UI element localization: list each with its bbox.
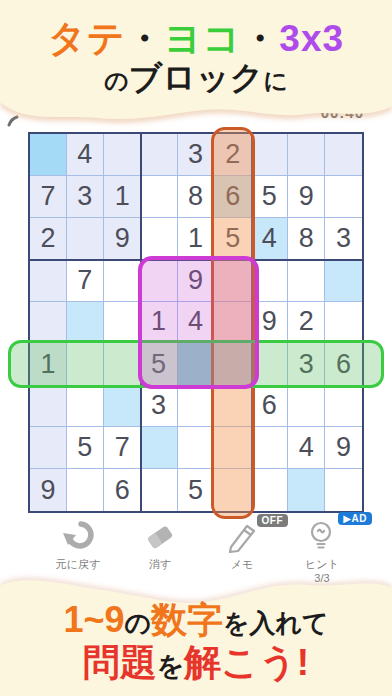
cell-r1c1[interactable] <box>30 134 67 176</box>
banner-text-segment: タテ <box>48 18 126 59</box>
undo-icon <box>36 518 120 556</box>
cell-r2c3[interactable]: 1 <box>104 176 141 218</box>
cell-r2c5[interactable]: 8 <box>178 176 215 218</box>
banner-text-segment: の <box>125 609 152 637</box>
cell-r9c2[interactable] <box>67 469 104 511</box>
cell-r3c2[interactable] <box>67 218 104 260</box>
cell-r3c7[interactable]: 4 <box>251 218 288 260</box>
erase-button[interactable]: 消す <box>118 518 202 572</box>
banner-text-segment: ・ <box>241 18 279 59</box>
cell-r3c9[interactable]: 3 <box>325 218 362 260</box>
cell-r2c4[interactable] <box>141 176 178 218</box>
block-highlight-overlay <box>138 256 259 389</box>
banner-text-segment: 解こう! <box>184 642 309 683</box>
undo-button[interactable]: 元に戻す <box>36 518 120 572</box>
cell-r2c8[interactable]: 9 <box>288 176 325 218</box>
cell-r9c3[interactable]: 6 <box>104 469 141 511</box>
banner-text-segment: を <box>157 651 184 681</box>
hint-ad-badge: ▶AD <box>338 512 372 525</box>
cell-r2c2[interactable]: 3 <box>67 176 104 218</box>
cell-r9c5[interactable]: 5 <box>178 469 215 511</box>
cell-r8c1[interactable] <box>30 427 67 469</box>
cell-r7c1[interactable] <box>30 385 67 427</box>
cell-r8c7[interactable] <box>251 427 288 469</box>
cell-r4c9[interactable] <box>325 260 362 302</box>
memo-button[interactable]: OFF メモ <box>200 518 284 572</box>
cell-r3c1[interactable]: 2 <box>30 218 67 260</box>
bulb-icon: ▶AD <box>280 518 364 556</box>
cell-r7c3[interactable] <box>104 385 141 427</box>
cell-r3c5[interactable]: 1 <box>178 218 215 260</box>
cell-r7c4[interactable]: 3 <box>141 385 178 427</box>
cell-r5c9[interactable] <box>325 302 362 344</box>
cell-r8c3[interactable]: 7 <box>104 427 141 469</box>
banner-text-segment: 数字 <box>151 599 223 640</box>
cell-r2c9[interactable] <box>325 176 362 218</box>
cell-r1c5[interactable]: 3 <box>178 134 215 176</box>
banner-text-segment: に <box>264 67 288 94</box>
cell-r8c9[interactable]: 9 <box>325 427 362 469</box>
cell-r3c3[interactable]: 9 <box>104 218 141 260</box>
eraser-icon <box>118 518 202 556</box>
cell-r1c7[interactable] <box>251 134 288 176</box>
cell-r5c1[interactable] <box>30 302 67 344</box>
banner-text-segment: ・ <box>126 18 164 59</box>
cell-r9c1[interactable]: 9 <box>30 469 67 511</box>
banner-text-segment: ブロック <box>128 59 263 96</box>
banner-text-segment: ヨコ <box>164 18 242 59</box>
banner-text-segment: 問題 <box>83 642 157 683</box>
cell-r1c3[interactable] <box>104 134 141 176</box>
cell-r1c8[interactable] <box>288 134 325 176</box>
banner-text-segment: 3x3 <box>279 18 344 59</box>
top-banner-line2: のブロックに <box>0 56 392 101</box>
cell-r9c9[interactable] <box>325 469 362 511</box>
cell-r4c3[interactable] <box>104 260 141 302</box>
banner-text-segment: の <box>104 67 128 94</box>
cell-r8c4[interactable] <box>141 427 178 469</box>
cell-r2c7[interactable]: 5 <box>251 176 288 218</box>
banner-text-segment: を入れて <box>223 609 328 637</box>
banner-text-segment: 1~9 <box>63 599 124 640</box>
cell-r7c2[interactable] <box>67 385 104 427</box>
cell-r5c3[interactable] <box>104 302 141 344</box>
cell-r2c1[interactable]: 7 <box>30 176 67 218</box>
cell-r3c8[interactable]: 8 <box>288 218 325 260</box>
pencil-icon: OFF <box>200 518 284 556</box>
cell-r4c8[interactable] <box>288 260 325 302</box>
cell-r7c5[interactable] <box>178 385 215 427</box>
cell-r3c4[interactable] <box>141 218 178 260</box>
bottom-banner-line2: 問題を解こう! <box>0 638 392 688</box>
cell-r7c9[interactable] <box>325 385 362 427</box>
cell-r8c2[interactable]: 5 <box>67 427 104 469</box>
cell-r7c7[interactable]: 6 <box>251 385 288 427</box>
cell-r8c5[interactable] <box>178 427 215 469</box>
cell-r7c8[interactable] <box>288 385 325 427</box>
cell-r8c8[interactable]: 4 <box>288 427 325 469</box>
cell-r9c8[interactable] <box>288 469 325 511</box>
cell-r9c7[interactable] <box>251 469 288 511</box>
cell-r1c4[interactable] <box>141 134 178 176</box>
cell-r9c4[interactable] <box>141 469 178 511</box>
cell-r4c1[interactable] <box>30 260 67 302</box>
cell-r5c2[interactable] <box>67 302 104 344</box>
cell-r1c9[interactable] <box>325 134 362 176</box>
cell-r1c2[interactable]: 4 <box>67 134 104 176</box>
cell-r4c2[interactable]: 7 <box>67 260 104 302</box>
cell-r5c8[interactable]: 2 <box>288 302 325 344</box>
